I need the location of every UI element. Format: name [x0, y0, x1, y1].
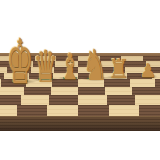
square [109, 105, 140, 117]
board-front-apron [0, 116, 160, 131]
square [0, 105, 17, 117]
piece-white-king: ♚ [7, 32, 34, 94]
piece-white-queen: ♛ [33, 44, 57, 88]
square [17, 105, 48, 117]
piece-white-rook: ♜ [108, 56, 130, 82]
chess-set-photo: ♚♛♝♞♜♟ [0, 0, 160, 160]
piece-white-pawn: ♟ [139, 61, 156, 80]
piece-white-bishop: ♝ [59, 49, 81, 85]
square [47, 105, 78, 117]
square [139, 105, 160, 117]
chess-board: ♚♛♝♞♜♟ [0, 0, 160, 160]
piece-white-knight: ♞ [82, 45, 107, 87]
board-row [0, 105, 160, 117]
square [78, 105, 109, 117]
